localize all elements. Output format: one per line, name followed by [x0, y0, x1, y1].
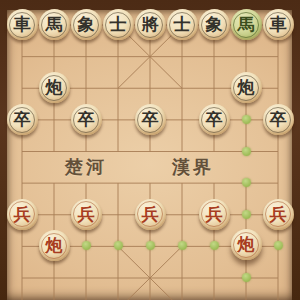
xiangqi-app-screen: 楚河 漢界 車馬象士將士象馬車炮炮卒卒卒卒卒兵兵兵兵炮炮兵 [0, 0, 300, 300]
piece-label: 炮 [238, 79, 255, 96]
move-hint-dot[interactable] [274, 241, 283, 250]
piece-label: 兵 [14, 205, 31, 222]
piece-red-soldier-2[interactable]: 兵 [71, 199, 102, 230]
piece-black-chariot-left[interactable]: 車 [7, 9, 38, 40]
move-hint-dot[interactable] [82, 241, 91, 250]
move-hint-dot[interactable] [178, 241, 187, 250]
piece-black-chariot-right[interactable]: 車 [263, 9, 294, 40]
move-hint-dot[interactable] [242, 178, 251, 187]
piece-label: 卒 [14, 111, 31, 128]
piece-red-cannon-right[interactable]: 炮 [231, 229, 262, 260]
piece-label: 卒 [78, 111, 95, 128]
piece-red-soldier-5[interactable]: 兵 [263, 199, 294, 230]
piece-label: 兵 [142, 205, 159, 222]
piece-label: 卒 [142, 111, 159, 128]
move-hint-dot[interactable] [242, 147, 251, 156]
piece-black-horse-left[interactable]: 馬 [39, 9, 70, 40]
move-hint-dot[interactable] [146, 241, 155, 250]
piece-black-soldier-1[interactable]: 卒 [7, 104, 38, 135]
piece-label: 象 [206, 16, 223, 33]
piece-black-elephant-left[interactable]: 象 [71, 9, 102, 40]
piece-label: 炮 [238, 236, 255, 253]
move-hint-dot[interactable] [114, 241, 123, 250]
piece-red-soldier-4[interactable]: 兵 [199, 199, 230, 230]
move-hint-dot[interactable] [242, 273, 251, 282]
piece-black-general[interactable]: 將 [135, 9, 166, 40]
piece-label: 炮 [46, 237, 63, 254]
piece-black-elephant-right[interactable]: 象 [199, 9, 230, 40]
piece-label: 卒 [206, 111, 223, 128]
piece-label: 將 [142, 16, 159, 33]
piece-label: 士 [174, 16, 191, 33]
piece-grid: 車馬象士將士象馬車炮炮卒卒卒卒卒兵兵兵兵炮炮兵 [6, 9, 294, 300]
piece-label: 炮 [46, 79, 63, 96]
piece-label: 車 [270, 16, 287, 33]
piece-black-soldier-3[interactable]: 卒 [135, 104, 166, 135]
piece-label: 卒 [270, 111, 287, 128]
piece-red-cannon-left[interactable]: 炮 [39, 230, 70, 261]
piece-black-cannon-right[interactable]: 炮 [231, 72, 262, 103]
piece-red-soldier-1[interactable]: 兵 [7, 199, 38, 230]
piece-label: 車 [14, 16, 31, 33]
piece-black-soldier-4[interactable]: 卒 [199, 104, 230, 135]
piece-label: 兵 [270, 205, 287, 222]
piece-black-soldier-5[interactable]: 卒 [263, 104, 294, 135]
piece-label: 馬 [46, 16, 63, 33]
piece-black-advisor-right[interactable]: 士 [167, 9, 198, 40]
piece-red-soldier-3[interactable]: 兵 [135, 199, 166, 230]
piece-black-soldier-2[interactable]: 卒 [71, 104, 102, 135]
piece-black-horse-right[interactable]: 馬 [231, 9, 262, 40]
piece-black-cannon-left[interactable]: 炮 [39, 72, 70, 103]
piece-label: 象 [78, 16, 95, 33]
piece-label: 士 [110, 16, 127, 33]
move-hint-dot[interactable] [242, 210, 251, 219]
piece-label: 馬 [238, 16, 255, 33]
piece-label: 兵 [206, 205, 223, 222]
move-hint-dot[interactable] [210, 241, 219, 250]
piece-black-advisor-left[interactable]: 士 [103, 9, 134, 40]
piece-label: 兵 [78, 205, 95, 222]
move-hint-dot[interactable] [242, 115, 251, 124]
